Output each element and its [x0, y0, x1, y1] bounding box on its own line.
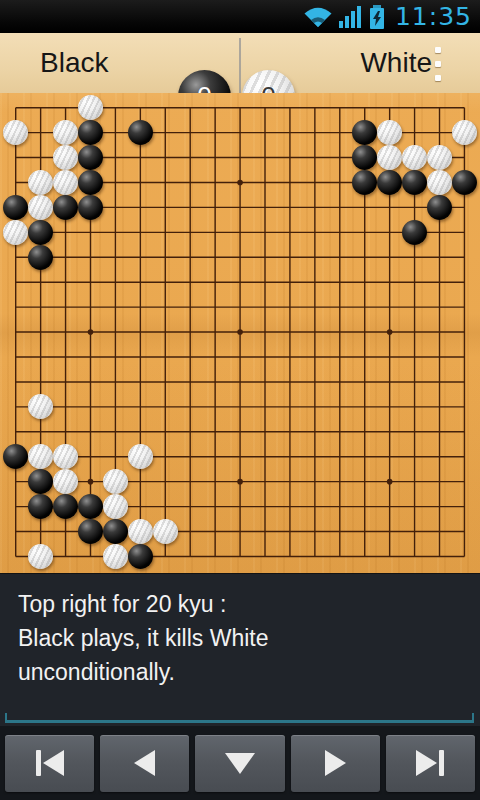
white-player-label: White — [360, 33, 432, 93]
arrow-down-icon — [225, 753, 255, 774]
clock: 11:35 — [395, 2, 472, 31]
skip-to-start-icon — [36, 750, 64, 776]
black-stone — [78, 195, 103, 220]
black-stone — [78, 145, 103, 170]
white-stone — [3, 220, 28, 245]
white-stone — [53, 170, 78, 195]
skip-to-end-icon — [416, 750, 444, 776]
black-stone — [28, 245, 53, 270]
black-stone — [103, 519, 128, 544]
black-stone — [78, 519, 103, 544]
black-stone — [452, 170, 477, 195]
white-stone — [402, 145, 427, 170]
white-stone — [153, 519, 178, 544]
black-stone — [3, 195, 28, 220]
black-stone — [128, 120, 153, 145]
header: Black 0 0 White — [0, 33, 480, 93]
white-stone — [53, 145, 78, 170]
navigation-bar — [0, 726, 480, 800]
white-stone — [128, 444, 153, 469]
white-stone — [452, 120, 477, 145]
black-stone — [78, 120, 103, 145]
black-stone — [78, 170, 103, 195]
first-move-button[interactable] — [5, 735, 94, 792]
caption-line-1: Top right for 20 kyu : — [18, 587, 462, 621]
down-variation-button[interactable] — [195, 735, 284, 792]
white-stone — [103, 544, 128, 569]
black-stone — [128, 544, 153, 569]
bottom-panel: Top right for 20 kyu : Black plays, it k… — [0, 574, 480, 800]
caption-line-2: Black plays, it kills White — [18, 621, 462, 655]
battery-charging-icon — [369, 5, 385, 29]
black-stone — [78, 494, 103, 519]
previous-move-button[interactable] — [100, 735, 189, 792]
black-stone — [377, 170, 402, 195]
black-player-label: Black — [40, 33, 108, 93]
white-stone — [28, 195, 53, 220]
counter-divider — [239, 38, 241, 93]
white-stone — [28, 544, 53, 569]
white-stone — [53, 120, 78, 145]
signal-strength-icon — [339, 5, 363, 29]
go-board[interactable] — [0, 93, 480, 574]
arrow-right-icon — [325, 750, 346, 776]
white-stone — [78, 95, 103, 120]
next-move-button[interactable] — [291, 735, 380, 792]
caption-line-3: unconditionally. — [18, 655, 462, 689]
move-seekbar[interactable] — [5, 713, 474, 723]
white-stone — [103, 469, 128, 494]
white-stone — [28, 170, 53, 195]
wifi-icon — [303, 5, 333, 29]
white-stone — [427, 170, 452, 195]
problem-caption: Top right for 20 kyu : Black plays, it k… — [0, 574, 480, 689]
status-bar: 11:35 — [0, 0, 480, 33]
white-stone — [103, 494, 128, 519]
white-stone — [128, 519, 153, 544]
black-stone — [402, 220, 427, 245]
overflow-menu-icon[interactable] — [430, 47, 446, 81]
black-stone — [53, 494, 78, 519]
black-stone — [28, 220, 53, 245]
black-stone — [53, 195, 78, 220]
white-stone — [427, 145, 452, 170]
app-screen: 11:35 Black 0 0 White Top right for 20 k… — [0, 0, 480, 800]
arrow-left-icon — [134, 750, 155, 776]
black-stone — [427, 195, 452, 220]
black-stone — [402, 170, 427, 195]
last-move-button[interactable] — [386, 735, 475, 792]
